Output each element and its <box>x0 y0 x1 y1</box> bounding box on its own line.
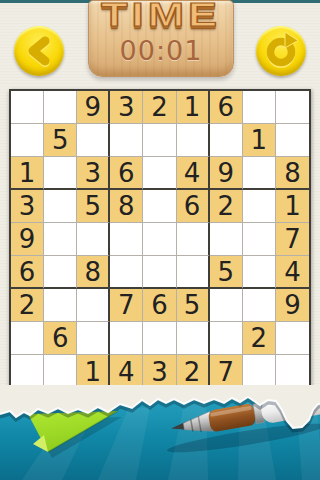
back-button[interactable] <box>14 26 64 76</box>
cell-r5c3[interactable] <box>77 223 110 256</box>
cell-r9c8[interactable] <box>243 355 276 388</box>
cell-r3c6[interactable]: 4 <box>177 157 210 190</box>
cell-r1c7[interactable]: 6 <box>210 91 243 124</box>
cell-r1c4[interactable]: 3 <box>110 91 143 124</box>
cell-r2c6[interactable] <box>177 124 210 157</box>
cell-r3c8[interactable] <box>243 157 276 190</box>
cell-r6c1[interactable]: 6 <box>11 256 44 289</box>
cell-r1c2[interactable] <box>44 91 77 124</box>
cell-r4c4[interactable]: 8 <box>110 190 143 223</box>
cell-r1c6[interactable]: 1 <box>177 91 210 124</box>
cell-r7c7[interactable] <box>210 289 243 322</box>
cell-r1c3[interactable]: 9 <box>77 91 110 124</box>
cell-r3c5[interactable] <box>143 157 176 190</box>
cell-r8c7[interactable] <box>210 322 243 355</box>
cell-r4c2[interactable] <box>44 190 77 223</box>
cell-r8c3[interactable] <box>77 322 110 355</box>
cell-r9c3[interactable]: 1 <box>77 355 110 388</box>
cell-r5c1[interactable]: 9 <box>11 223 44 256</box>
cell-r5c7[interactable] <box>210 223 243 256</box>
cell-r9c9[interactable] <box>276 355 309 388</box>
cell-r3c4[interactable]: 6 <box>110 157 143 190</box>
cell-r8c4[interactable] <box>110 322 143 355</box>
cell-r9c2[interactable] <box>44 355 77 388</box>
cell-r9c7[interactable]: 7 <box>210 355 243 388</box>
cell-r4c7[interactable]: 2 <box>210 190 243 223</box>
cell-r8c2[interactable]: 6 <box>44 322 77 355</box>
cell-r7c4[interactable]: 7 <box>110 289 143 322</box>
cell-r1c5[interactable]: 2 <box>143 91 176 124</box>
cell-r8c9[interactable] <box>276 322 309 355</box>
cell-r7c3[interactable] <box>77 289 110 322</box>
cell-r9c1[interactable] <box>11 355 44 388</box>
cell-r6c2[interactable] <box>44 256 77 289</box>
cell-r5c5[interactable] <box>143 223 176 256</box>
back-arrow-icon <box>14 26 64 76</box>
cell-r2c1[interactable] <box>11 124 44 157</box>
torn-paper-scene <box>0 385 320 480</box>
cell-r4c5[interactable] <box>143 190 176 223</box>
cell-r5c6[interactable] <box>177 223 210 256</box>
cell-r5c9[interactable]: 7 <box>276 223 309 256</box>
refresh-icon <box>256 26 306 76</box>
cell-r5c8[interactable] <box>243 223 276 256</box>
cell-r7c6[interactable]: 5 <box>177 289 210 322</box>
page-title: TIME <box>53 0 269 33</box>
refresh-button[interactable] <box>256 26 306 76</box>
timer-value: 00:01 <box>89 37 233 64</box>
cell-r2c3[interactable] <box>77 124 110 157</box>
cell-r2c8[interactable]: 1 <box>243 124 276 157</box>
cell-r3c3[interactable]: 3 <box>77 157 110 190</box>
cell-r9c4[interactable]: 4 <box>110 355 143 388</box>
cell-r2c2[interactable]: 5 <box>44 124 77 157</box>
cell-r7c8[interactable] <box>243 289 276 322</box>
cell-r9c6[interactable]: 2 <box>177 355 210 388</box>
cell-r3c2[interactable] <box>44 157 77 190</box>
cell-r8c1[interactable] <box>11 322 44 355</box>
cell-r6c6[interactable] <box>177 256 210 289</box>
cell-r4c1[interactable]: 3 <box>11 190 44 223</box>
cell-r5c2[interactable] <box>44 223 77 256</box>
cell-r4c8[interactable] <box>243 190 276 223</box>
cell-r5c4[interactable] <box>110 223 143 256</box>
cell-r7c9[interactable]: 9 <box>276 289 309 322</box>
cell-r3c9[interactable]: 8 <box>276 157 309 190</box>
cell-r7c5[interactable]: 6 <box>143 289 176 322</box>
cell-r1c9[interactable] <box>276 91 309 124</box>
cell-r4c3[interactable]: 5 <box>77 190 110 223</box>
cell-r6c5[interactable] <box>143 256 176 289</box>
cell-r6c3[interactable]: 8 <box>77 256 110 289</box>
cell-r1c8[interactable] <box>243 91 276 124</box>
cell-r3c1[interactable]: 1 <box>11 157 44 190</box>
cell-r2c5[interactable] <box>143 124 176 157</box>
cell-r6c4[interactable] <box>110 256 143 289</box>
cell-r7c2[interactable] <box>44 289 77 322</box>
cell-r9c5[interactable]: 3 <box>143 355 176 388</box>
cell-r6c9[interactable]: 4 <box>276 256 309 289</box>
sudoku-grid: 9321651136498358621976854276596214327 <box>9 89 311 390</box>
cell-r4c6[interactable]: 6 <box>177 190 210 223</box>
cell-r6c7[interactable]: 5 <box>210 256 243 289</box>
timer-plaque: TIME 00:01 <box>88 0 234 77</box>
cell-r8c5[interactable] <box>143 322 176 355</box>
sudoku-app-screen: TIME 00:01 93216511364983586219768542765… <box>0 0 320 480</box>
cell-r2c9[interactable] <box>276 124 309 157</box>
cell-r3c7[interactable]: 9 <box>210 157 243 190</box>
cell-r8c6[interactable] <box>177 322 210 355</box>
cell-r7c1[interactable]: 2 <box>11 289 44 322</box>
cell-r8c8[interactable]: 2 <box>243 322 276 355</box>
cell-r4c9[interactable]: 1 <box>276 190 309 223</box>
cell-r6c8[interactable] <box>243 256 276 289</box>
cell-r2c4[interactable] <box>110 124 143 157</box>
cell-r1c1[interactable] <box>11 91 44 124</box>
cell-r2c7[interactable] <box>210 124 243 157</box>
